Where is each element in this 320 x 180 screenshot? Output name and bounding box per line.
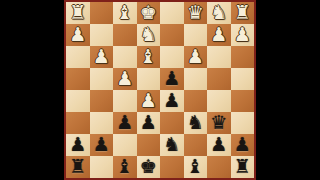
square-h5[interactable] bbox=[66, 90, 90, 112]
square-e2[interactable]: ♞ bbox=[137, 24, 161, 46]
white-bishop-piece: ♝ bbox=[140, 47, 157, 66]
square-d2[interactable] bbox=[160, 24, 184, 46]
square-f5[interactable] bbox=[113, 90, 137, 112]
square-a3[interactable] bbox=[231, 46, 255, 68]
black-pawn-piece: ♟ bbox=[234, 135, 251, 154]
square-f8[interactable]: ♝ bbox=[113, 156, 137, 178]
square-h4[interactable] bbox=[66, 68, 90, 90]
square-g3[interactable]: ♟ bbox=[90, 46, 114, 68]
black-rook-piece: ♜ bbox=[69, 157, 86, 176]
white-pawn-piece: ♟ bbox=[69, 25, 86, 44]
square-b8[interactable] bbox=[207, 156, 231, 178]
white-rook-piece: ♜ bbox=[69, 3, 86, 22]
square-g1[interactable] bbox=[90, 2, 114, 24]
square-e5[interactable]: ♟ bbox=[137, 90, 161, 112]
square-c5[interactable] bbox=[184, 90, 208, 112]
square-c8[interactable]: ♝ bbox=[184, 156, 208, 178]
square-c1[interactable]: ♛ bbox=[184, 2, 208, 24]
square-a8[interactable]: ♜ bbox=[231, 156, 255, 178]
square-a6[interactable] bbox=[231, 112, 255, 134]
white-bishop-piece: ♝ bbox=[116, 3, 133, 22]
square-h1[interactable]: ♜ bbox=[66, 2, 90, 24]
square-b5[interactable] bbox=[207, 90, 231, 112]
square-f4[interactable]: ♟ bbox=[113, 68, 137, 90]
square-g6[interactable] bbox=[90, 112, 114, 134]
square-d7[interactable]: ♞ bbox=[160, 134, 184, 156]
square-e6[interactable]: ♟ bbox=[137, 112, 161, 134]
black-pawn-piece: ♟ bbox=[163, 69, 180, 88]
square-e4[interactable] bbox=[137, 68, 161, 90]
square-c6[interactable]: ♞ bbox=[184, 112, 208, 134]
black-pawn-piece: ♟ bbox=[116, 113, 133, 132]
black-rook-piece: ♜ bbox=[234, 157, 251, 176]
square-b7[interactable]: ♟ bbox=[207, 134, 231, 156]
white-pawn-piece: ♟ bbox=[234, 25, 251, 44]
square-g7[interactable]: ♟ bbox=[90, 134, 114, 156]
letterbox-left bbox=[0, 0, 64, 180]
black-pawn-piece: ♟ bbox=[69, 135, 86, 154]
square-h2[interactable]: ♟ bbox=[66, 24, 90, 46]
square-d4[interactable]: ♟ bbox=[160, 68, 184, 90]
square-b1[interactable]: ♞ bbox=[207, 2, 231, 24]
white-pawn-piece: ♟ bbox=[140, 91, 157, 110]
letterbox-right bbox=[256, 0, 320, 180]
square-f1[interactable]: ♝ bbox=[113, 2, 137, 24]
square-g4[interactable] bbox=[90, 68, 114, 90]
black-bishop-piece: ♝ bbox=[187, 157, 204, 176]
square-b6[interactable]: ♛ bbox=[207, 112, 231, 134]
white-knight-piece: ♞ bbox=[210, 3, 227, 22]
square-a7[interactable]: ♟ bbox=[231, 134, 255, 156]
white-queen-piece: ♛ bbox=[187, 3, 204, 22]
square-d5[interactable]: ♟ bbox=[160, 90, 184, 112]
black-knight-piece: ♞ bbox=[163, 135, 180, 154]
square-f7[interactable] bbox=[113, 134, 137, 156]
white-pawn-piece: ♟ bbox=[210, 25, 227, 44]
white-pawn-piece: ♟ bbox=[93, 47, 110, 66]
square-f2[interactable] bbox=[113, 24, 137, 46]
square-d3[interactable] bbox=[160, 46, 184, 68]
square-e3[interactable]: ♝ bbox=[137, 46, 161, 68]
square-d1[interactable] bbox=[160, 2, 184, 24]
square-c4[interactable] bbox=[184, 68, 208, 90]
black-pawn-piece: ♟ bbox=[93, 135, 110, 154]
square-g8[interactable] bbox=[90, 156, 114, 178]
black-pawn-piece: ♟ bbox=[163, 91, 180, 110]
square-e8[interactable]: ♚ bbox=[137, 156, 161, 178]
square-c2[interactable] bbox=[184, 24, 208, 46]
black-king-piece: ♚ bbox=[140, 157, 157, 176]
square-f6[interactable]: ♟ bbox=[113, 112, 137, 134]
square-b4[interactable] bbox=[207, 68, 231, 90]
black-pawn-piece: ♟ bbox=[210, 135, 227, 154]
square-d8[interactable] bbox=[160, 156, 184, 178]
white-pawn-piece: ♟ bbox=[187, 47, 204, 66]
square-e1[interactable]: ♚ bbox=[137, 2, 161, 24]
square-g5[interactable] bbox=[90, 90, 114, 112]
chess-board-frame: ♜♝♚♛♞♜♟♞♟♟♟♝♟♟♟♟♟♟♟♞♛♟♟♞♟♟♜♝♚♝♜ bbox=[64, 0, 256, 180]
square-c7[interactable] bbox=[184, 134, 208, 156]
square-a5[interactable] bbox=[231, 90, 255, 112]
square-e7[interactable] bbox=[137, 134, 161, 156]
white-knight-piece: ♞ bbox=[140, 25, 157, 44]
black-bishop-piece: ♝ bbox=[116, 157, 133, 176]
white-pawn-piece: ♟ bbox=[116, 69, 133, 88]
square-a2[interactable]: ♟ bbox=[231, 24, 255, 46]
chess-board: ♜♝♚♛♞♜♟♞♟♟♟♝♟♟♟♟♟♟♟♞♛♟♟♞♟♟♜♝♚♝♜ bbox=[66, 2, 254, 178]
square-a4[interactable] bbox=[231, 68, 255, 90]
square-f3[interactable] bbox=[113, 46, 137, 68]
black-pawn-piece: ♟ bbox=[140, 113, 157, 132]
square-a1[interactable]: ♜ bbox=[231, 2, 255, 24]
square-b3[interactable] bbox=[207, 46, 231, 68]
black-queen-piece: ♛ bbox=[210, 113, 227, 132]
square-h3[interactable] bbox=[66, 46, 90, 68]
square-b2[interactable]: ♟ bbox=[207, 24, 231, 46]
square-d6[interactable] bbox=[160, 112, 184, 134]
white-king-piece: ♚ bbox=[140, 3, 157, 22]
white-rook-piece: ♜ bbox=[234, 3, 251, 22]
square-h8[interactable]: ♜ bbox=[66, 156, 90, 178]
black-knight-piece: ♞ bbox=[187, 113, 204, 132]
square-h7[interactable]: ♟ bbox=[66, 134, 90, 156]
square-h6[interactable] bbox=[66, 112, 90, 134]
square-c3[interactable]: ♟ bbox=[184, 46, 208, 68]
square-g2[interactable] bbox=[90, 24, 114, 46]
